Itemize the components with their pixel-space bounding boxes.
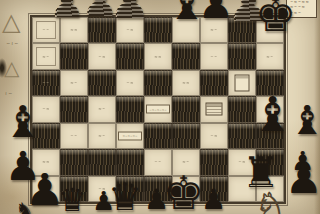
triangle-doodle-icon: △ <box>2 10 20 34</box>
notepad-box-icon <box>235 75 250 92</box>
square-r3c5[interactable] <box>144 70 172 96</box>
square-r2c7[interactable]: ∼∼ <box>200 43 228 69</box>
square-r2c2[interactable] <box>60 43 88 69</box>
square-annotation: ∼∼ <box>210 55 218 59</box>
square-annotation: ∼≈ <box>126 81 134 85</box>
square-r2c3[interactable]: ∼≈ <box>88 43 116 69</box>
top-dome-pawn-1: ♟ <box>49 0 85 23</box>
square-r3c6[interactable]: ≈≈ <box>172 70 200 96</box>
square-r6c3[interactable] <box>88 149 116 175</box>
square-annotation: ≈∼ <box>210 28 218 32</box>
square-r3c3[interactable] <box>88 70 116 96</box>
square-r5c6[interactable] <box>172 123 200 149</box>
top-dome-pawn-3: ♟ <box>109 0 150 25</box>
bottom-black-queen: ♛ <box>108 178 142 214</box>
square-r5c5[interactable] <box>144 123 172 149</box>
hatched-box-icon <box>206 103 223 116</box>
square-r3c1[interactable]: ∼∼ <box>32 70 60 96</box>
square-r3c7[interactable] <box>200 70 228 96</box>
right-black-bishop-small: ♝ <box>289 100 320 140</box>
square-annotation: ≈≈ <box>70 28 78 32</box>
square-r6c4[interactable] <box>116 149 144 175</box>
square-r4c5[interactable]: ∼≈∼≈∼≈∼ <box>144 96 172 122</box>
square-r3c4[interactable]: ∼≈ <box>116 70 144 96</box>
inner-square-sketch <box>36 47 56 65</box>
label-box-sketch: ≈∼≈∼≈∼ <box>118 131 142 140</box>
square-annotation: ∼≈ <box>98 55 106 59</box>
square-r2c5[interactable]: ≈≈ <box>144 43 172 69</box>
square-r2c6[interactable] <box>172 43 200 69</box>
right-black-dome: ♟ <box>285 158 320 200</box>
triangle-doodle-icon: △ <box>4 58 19 78</box>
right-black-bishop-large: ♝ <box>251 90 294 138</box>
sketch-canvas: △ ∼≀∼ △ ≀∼ ∼≈∼≈≈ ≈∼∼≈ ∼≈∼ ∼∼≈≈∼≈≈∼∼∼≈∼∼≈… <box>0 0 320 214</box>
square-r4c4[interactable] <box>116 96 144 122</box>
square-r4c6[interactable] <box>172 96 200 122</box>
square-annotation: ∼∼ <box>154 160 162 164</box>
square-annotation: ≈∼ <box>98 134 106 138</box>
square-annotation: ∼≈ <box>42 107 50 111</box>
square-r2c4[interactable] <box>116 43 144 69</box>
square-annotation: ∼∼ <box>42 81 50 85</box>
square-annotation: ≈∼ <box>98 107 106 111</box>
label-box-sketch: ∼≈∼≈∼≈∼ <box>146 105 170 114</box>
square-annotation: ≈≈ <box>154 55 162 59</box>
square-r3c2[interactable]: ≈∼ <box>60 70 88 96</box>
square-annotation: ∼∼ <box>70 134 78 138</box>
square-r4c2[interactable] <box>60 96 88 122</box>
square-annotation: ≈∼ <box>182 160 190 164</box>
square-annotation: ≈∼ <box>266 55 274 59</box>
square-annotation: ∼≈ <box>210 134 218 138</box>
square-r2c8[interactable] <box>228 43 256 69</box>
square-r5c3[interactable]: ≈∼ <box>88 123 116 149</box>
square-r4c7[interactable] <box>200 96 228 122</box>
square-r4c3[interactable]: ≈∼ <box>88 96 116 122</box>
square-r5c4[interactable]: ≈∼≈∼≈∼ <box>116 123 144 149</box>
bottom-black-queen-small: ♛ <box>58 184 87 214</box>
bottom-black-king: ♚ <box>163 170 204 214</box>
left-black-bishop: ♝ <box>3 100 42 144</box>
square-annotation: ≈≈ <box>182 81 190 85</box>
square-annotation: ≈∼ <box>70 81 78 85</box>
square-r2c9[interactable]: ≈∼ <box>256 43 284 69</box>
square-r5c2[interactable]: ∼∼ <box>60 123 88 149</box>
bottom-black-pawn-4: ♟ <box>201 186 226 214</box>
square-r2c1[interactable]: ≈∼ <box>32 43 60 69</box>
handwriting-scribble: ∼≀∼ <box>6 40 19 46</box>
square-r5c7[interactable]: ∼≈ <box>200 123 228 149</box>
top-black-king: ♚ <box>255 0 296 38</box>
bottom-knight-outline-sketch: ♘ <box>255 188 285 214</box>
